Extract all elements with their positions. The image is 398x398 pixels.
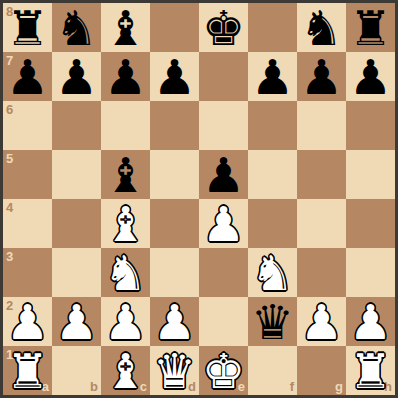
piece-black-pawn[interactable]: ♟ <box>55 53 98 101</box>
square-h2[interactable]: ♟ <box>346 297 395 346</box>
square-f4[interactable] <box>248 199 297 248</box>
square-c2[interactable]: ♟ <box>101 297 150 346</box>
file-label-b: b <box>90 380 98 393</box>
chess-board: 8♜♞♝♚♞♜7♟♟♟♟♟♟♟65♝♟4♝♟3♞♞2♟♟♟♟♛♟♟1a♜bc♝d… <box>3 3 395 395</box>
square-f2[interactable]: ♛ <box>248 297 297 346</box>
square-d8[interactable] <box>150 3 199 52</box>
square-c8[interactable]: ♝ <box>101 3 150 52</box>
square-f6[interactable] <box>248 101 297 150</box>
square-c3[interactable]: ♞ <box>101 248 150 297</box>
rank-label-6: 6 <box>6 103 13 116</box>
piece-black-pawn[interactable]: ♟ <box>6 53 49 101</box>
square-h1[interactable]: h♜ <box>346 346 395 395</box>
piece-black-bishop[interactable]: ♝ <box>104 4 147 52</box>
piece-white-rook[interactable]: ♜ <box>6 347 49 395</box>
square-e5[interactable]: ♟ <box>199 150 248 199</box>
piece-white-pawn[interactable]: ♟ <box>6 298 49 346</box>
square-h6[interactable] <box>346 101 395 150</box>
piece-white-pawn[interactable]: ♟ <box>104 298 147 346</box>
square-c4[interactable]: ♝ <box>101 199 150 248</box>
square-d7[interactable]: ♟ <box>150 52 199 101</box>
square-c7[interactable]: ♟ <box>101 52 150 101</box>
square-e1[interactable]: e♚ <box>199 346 248 395</box>
file-label-g: g <box>335 380 343 393</box>
piece-white-rook[interactable]: ♜ <box>349 347 392 395</box>
square-h3[interactable] <box>346 248 395 297</box>
square-a3[interactable]: 3 <box>3 248 52 297</box>
piece-black-rook[interactable]: ♜ <box>349 4 392 52</box>
piece-white-bishop[interactable]: ♝ <box>104 200 147 248</box>
square-d5[interactable] <box>150 150 199 199</box>
square-g5[interactable] <box>297 150 346 199</box>
square-c5[interactable]: ♝ <box>101 150 150 199</box>
square-e2[interactable] <box>199 297 248 346</box>
square-g2[interactable]: ♟ <box>297 297 346 346</box>
square-h8[interactable]: ♜ <box>346 3 395 52</box>
square-b3[interactable] <box>52 248 101 297</box>
piece-black-king[interactable]: ♚ <box>202 4 245 52</box>
square-d1[interactable]: d♛ <box>150 346 199 395</box>
square-g3[interactable] <box>297 248 346 297</box>
piece-white-pawn[interactable]: ♟ <box>153 298 196 346</box>
square-b4[interactable] <box>52 199 101 248</box>
square-g8[interactable]: ♞ <box>297 3 346 52</box>
square-e3[interactable] <box>199 248 248 297</box>
square-c1[interactable]: c♝ <box>101 346 150 395</box>
rank-label-5: 5 <box>6 152 13 165</box>
square-d2[interactable]: ♟ <box>150 297 199 346</box>
square-d3[interactable] <box>150 248 199 297</box>
rank-label-3: 3 <box>6 250 13 263</box>
piece-black-pawn[interactable]: ♟ <box>349 53 392 101</box>
square-b5[interactable] <box>52 150 101 199</box>
square-g6[interactable] <box>297 101 346 150</box>
piece-black-knight[interactable]: ♞ <box>300 4 343 52</box>
square-a2[interactable]: 2♟ <box>3 297 52 346</box>
square-d6[interactable] <box>150 101 199 150</box>
piece-white-pawn[interactable]: ♟ <box>300 298 343 346</box>
square-e4[interactable]: ♟ <box>199 199 248 248</box>
square-g7[interactable]: ♟ <box>297 52 346 101</box>
square-a8[interactable]: 8♜ <box>3 3 52 52</box>
piece-white-pawn[interactable]: ♟ <box>349 298 392 346</box>
square-f1[interactable]: f <box>248 346 297 395</box>
piece-white-queen[interactable]: ♛ <box>153 347 196 395</box>
square-h5[interactable] <box>346 150 395 199</box>
square-a5[interactable]: 5 <box>3 150 52 199</box>
square-e7[interactable] <box>199 52 248 101</box>
piece-black-knight[interactable]: ♞ <box>55 4 98 52</box>
square-c6[interactable] <box>101 101 150 150</box>
piece-black-pawn[interactable]: ♟ <box>300 53 343 101</box>
square-e8[interactable]: ♚ <box>199 3 248 52</box>
square-b8[interactable]: ♞ <box>52 3 101 52</box>
square-f3[interactable]: ♞ <box>248 248 297 297</box>
square-a6[interactable]: 6 <box>3 101 52 150</box>
piece-black-queen[interactable]: ♛ <box>251 298 294 346</box>
piece-white-pawn[interactable]: ♟ <box>202 200 245 248</box>
piece-white-king[interactable]: ♚ <box>202 347 245 395</box>
square-b1[interactable]: b <box>52 346 101 395</box>
square-f8[interactable] <box>248 3 297 52</box>
square-b6[interactable] <box>52 101 101 150</box>
square-d4[interactable] <box>150 199 199 248</box>
piece-black-pawn[interactable]: ♟ <box>202 151 245 199</box>
piece-black-pawn[interactable]: ♟ <box>104 53 147 101</box>
chess-board-frame: 8♜♞♝♚♞♜7♟♟♟♟♟♟♟65♝♟4♝♟3♞♞2♟♟♟♟♛♟♟1a♜bc♝d… <box>0 0 398 398</box>
square-e6[interactable] <box>199 101 248 150</box>
square-g1[interactable]: g <box>297 346 346 395</box>
square-a4[interactable]: 4 <box>3 199 52 248</box>
square-b2[interactable]: ♟ <box>52 297 101 346</box>
square-f5[interactable] <box>248 150 297 199</box>
piece-white-knight[interactable]: ♞ <box>104 249 147 297</box>
rank-label-4: 4 <box>6 201 13 214</box>
square-b7[interactable]: ♟ <box>52 52 101 101</box>
square-a1[interactable]: 1a♜ <box>3 346 52 395</box>
piece-white-knight[interactable]: ♞ <box>251 249 294 297</box>
square-a7[interactable]: 7♟ <box>3 52 52 101</box>
piece-black-pawn[interactable]: ♟ <box>251 53 294 101</box>
piece-black-pawn[interactable]: ♟ <box>153 53 196 101</box>
piece-black-bishop[interactable]: ♝ <box>104 151 147 199</box>
square-g4[interactable] <box>297 199 346 248</box>
file-label-f: f <box>290 380 294 393</box>
piece-white-pawn[interactable]: ♟ <box>55 298 98 346</box>
piece-black-rook[interactable]: ♜ <box>6 4 49 52</box>
piece-white-bishop[interactable]: ♝ <box>104 347 147 395</box>
square-f7[interactable]: ♟ <box>248 52 297 101</box>
square-h4[interactable] <box>346 199 395 248</box>
square-h7[interactable]: ♟ <box>346 52 395 101</box>
